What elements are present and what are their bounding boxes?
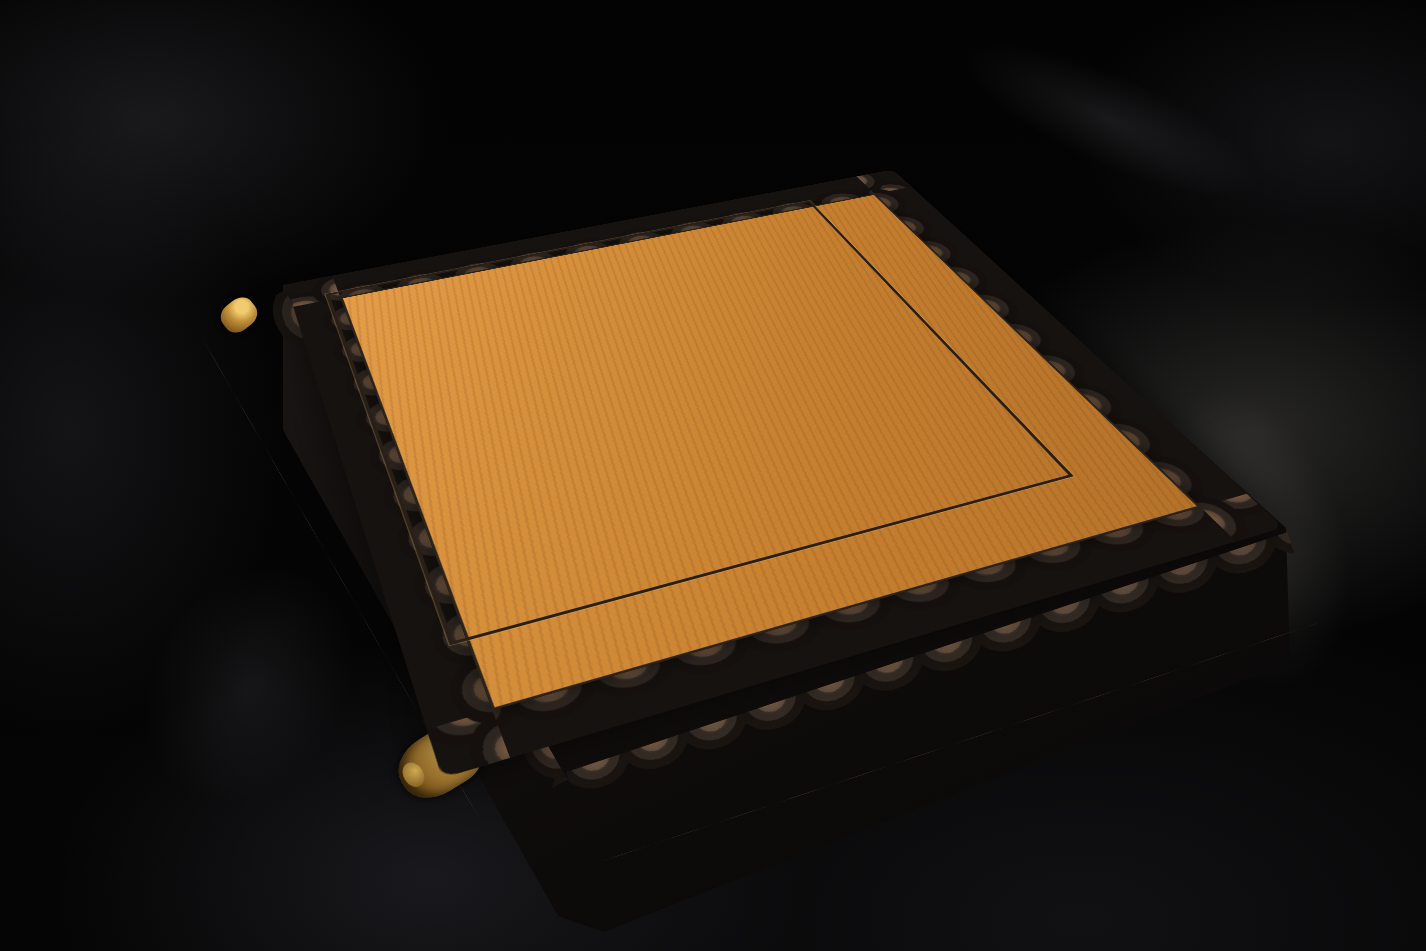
fabric-fold	[894, 0, 1326, 260]
brass-hinge	[216, 292, 263, 338]
photo-stage	[0, 0, 1426, 951]
